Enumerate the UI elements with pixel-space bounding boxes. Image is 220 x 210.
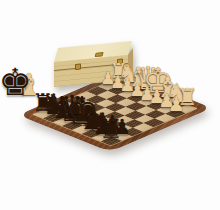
box-right-side <box>128 48 133 80</box>
chess-set-photo: ♜♞♝♛♚♝♞♜♟♟♟♟♟♟♟♟♟♟♟♟♟♟♟♟♜♞♝♛♚♝♞♜♚♝ <box>0 0 220 210</box>
brass-plate-icon <box>95 52 104 57</box>
brass-latch-icon <box>75 63 81 70</box>
brass-latch-icon <box>117 58 123 65</box>
wooden-storage-box <box>0 0 220 210</box>
